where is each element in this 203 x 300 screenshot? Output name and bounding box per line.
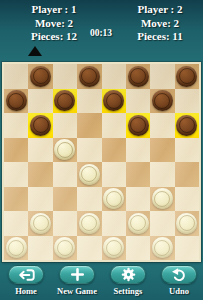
square-8-1[interactable] — [4, 236, 28, 261]
gear-icon — [121, 267, 136, 282]
dark-piece[interactable] — [152, 90, 173, 111]
square-4-4[interactable] — [77, 138, 101, 163]
dark-piece[interactable] — [128, 66, 149, 87]
square-5-7[interactable] — [150, 162, 174, 187]
square-8-8[interactable] — [175, 236, 199, 261]
player1-title: Player : 1 — [6, 3, 102, 17]
square-3-3[interactable] — [53, 113, 77, 138]
home-button[interactable] — [8, 265, 44, 284]
square-1-5[interactable] — [102, 64, 126, 89]
square-4-6[interactable] — [126, 138, 150, 163]
square-3-7[interactable] — [150, 113, 174, 138]
square-5-4[interactable] — [77, 162, 101, 187]
light-piece[interactable] — [152, 188, 173, 209]
square-7-3[interactable] — [53, 211, 77, 236]
square-7-4[interactable] — [77, 211, 101, 236]
square-8-7[interactable] — [150, 236, 174, 261]
square-2-6[interactable] — [126, 89, 150, 114]
dark-piece[interactable] — [30, 115, 51, 136]
square-8-2[interactable] — [28, 236, 52, 261]
square-2-7[interactable] — [150, 89, 174, 114]
light-piece[interactable] — [54, 237, 75, 258]
square-7-2[interactable] — [28, 211, 52, 236]
square-8-5[interactable] — [102, 236, 126, 261]
square-4-7[interactable] — [150, 138, 174, 163]
square-8-6[interactable] — [126, 236, 150, 261]
light-piece[interactable] — [103, 188, 124, 209]
square-5-6[interactable] — [126, 162, 150, 187]
square-6-5[interactable] — [102, 187, 126, 212]
square-2-2[interactable] — [28, 89, 52, 114]
settings-button[interactable] — [110, 265, 146, 284]
dark-piece[interactable] — [54, 90, 75, 111]
square-1-3[interactable] — [53, 64, 77, 89]
square-3-8[interactable] — [175, 113, 199, 138]
square-4-3[interactable] — [53, 138, 77, 163]
square-4-2[interactable] — [28, 138, 52, 163]
light-piece[interactable] — [79, 164, 100, 185]
square-6-4[interactable] — [77, 187, 101, 212]
square-3-4[interactable] — [77, 113, 101, 138]
light-piece[interactable] — [176, 213, 197, 234]
square-1-7[interactable] — [150, 64, 174, 89]
light-piece[interactable] — [128, 213, 149, 234]
home-icon — [17, 268, 36, 282]
square-5-8[interactable] — [175, 162, 199, 187]
light-piece[interactable] — [103, 237, 124, 258]
square-2-4[interactable] — [77, 89, 101, 114]
square-3-6[interactable] — [126, 113, 150, 138]
square-3-2[interactable] — [28, 113, 52, 138]
dark-piece[interactable] — [176, 115, 197, 136]
turn-indicator-triangle — [28, 46, 42, 56]
square-6-1[interactable] — [4, 187, 28, 212]
square-6-2[interactable] — [28, 187, 52, 212]
square-1-2[interactable] — [28, 64, 52, 89]
game-timer: 00:13 — [61, 28, 141, 38]
square-4-1[interactable] — [4, 138, 28, 163]
square-1-8[interactable] — [175, 64, 199, 89]
square-2-8[interactable] — [175, 89, 199, 114]
square-5-5[interactable] — [102, 162, 126, 187]
square-1-1[interactable] — [4, 64, 28, 89]
square-7-8[interactable] — [175, 211, 199, 236]
checkers-board — [2, 62, 201, 262]
square-1-4[interactable] — [77, 64, 101, 89]
light-piece[interactable] — [152, 237, 173, 258]
square-7-6[interactable] — [126, 211, 150, 236]
plus-icon — [70, 267, 85, 282]
square-6-3[interactable] — [53, 187, 77, 212]
square-3-5[interactable] — [102, 113, 126, 138]
square-8-3[interactable] — [53, 236, 77, 261]
undo-label: Udno — [149, 286, 203, 296]
square-4-5[interactable] — [102, 138, 126, 163]
square-2-1[interactable] — [4, 89, 28, 114]
new-game-button[interactable] — [59, 265, 95, 284]
light-piece[interactable] — [54, 139, 75, 160]
dark-piece[interactable] — [176, 66, 197, 87]
square-7-1[interactable] — [4, 211, 28, 236]
square-5-1[interactable] — [4, 162, 28, 187]
dark-piece[interactable] — [6, 90, 27, 111]
square-2-3[interactable] — [53, 89, 77, 114]
square-3-1[interactable] — [4, 113, 28, 138]
dark-piece[interactable] — [103, 90, 124, 111]
dark-piece[interactable] — [128, 115, 149, 136]
square-7-5[interactable] — [102, 211, 126, 236]
square-6-6[interactable] — [126, 187, 150, 212]
player2-title: Player : 2 — [112, 3, 203, 17]
square-6-7[interactable] — [150, 187, 174, 212]
light-piece[interactable] — [79, 213, 100, 234]
square-1-6[interactable] — [126, 64, 150, 89]
square-6-8[interactable] — [175, 187, 199, 212]
dark-piece[interactable] — [79, 66, 100, 87]
square-8-4[interactable] — [77, 236, 101, 261]
square-5-2[interactable] — [28, 162, 52, 187]
light-piece[interactable] — [30, 213, 51, 234]
square-4-8[interactable] — [175, 138, 199, 163]
light-piece[interactable] — [6, 237, 27, 258]
dark-piece[interactable] — [30, 66, 51, 87]
square-2-5[interactable] — [102, 89, 126, 114]
square-5-3[interactable] — [53, 162, 77, 187]
square-7-7[interactable] — [150, 211, 174, 236]
undo-button[interactable] — [161, 265, 197, 284]
checkers-app: Player : 1 Move: 2 Pieces: 12 Player : 2… — [0, 0, 203, 300]
undo-arrow-icon — [171, 267, 188, 282]
